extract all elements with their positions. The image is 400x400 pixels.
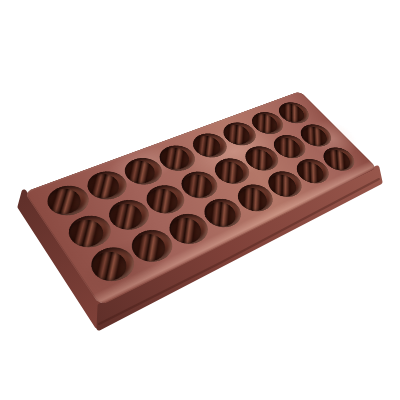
coffee-bean-recess [44,187,83,217]
coffee-bean-recess [280,103,304,125]
coffee-bean-recess [325,148,351,172]
coffee-bean-recess [66,218,106,249]
coffee-bean-recess [159,146,191,172]
coffee-bean-recess [131,232,168,263]
coffee-bean-recess [192,134,221,159]
coffee-bean-recess [269,173,296,199]
coffee-bean-recess [246,147,273,172]
coffee-bean-recess [275,136,301,160]
coffee-bean-recess [85,172,122,200]
coffee-bean-recess [302,125,327,148]
coffee-bean-recess [107,201,144,231]
coffee-bean-recess [252,112,278,135]
coffee-bean-recess [205,200,236,228]
coffee-bean-recess [146,187,180,215]
coffee-bean-recess [298,160,324,185]
coffee-bean-recess [181,173,212,200]
coffee-bean-recess [223,123,250,147]
coffee-bean-recess [215,159,244,185]
coffee-bean-recess [169,216,203,246]
coffee-bean-recess [123,159,157,186]
coffee-bean-recess [89,250,129,283]
product-photo [0,0,400,400]
coffee-bean-recess [238,186,267,213]
